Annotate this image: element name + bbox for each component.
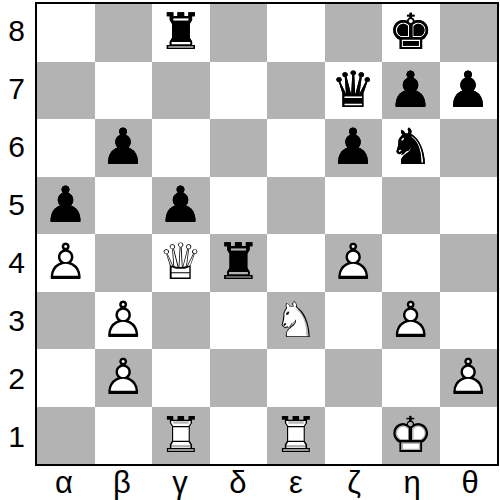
square-ζ2	[325, 349, 383, 407]
square-η7: ♟♟	[382, 62, 440, 120]
square-β1	[95, 407, 153, 465]
square-ε3: ♞♘	[267, 292, 325, 350]
black-pawn: ♟♟	[37, 177, 95, 235]
square-γ8: ♜♜	[152, 4, 210, 62]
white-rook: ♜♖	[152, 407, 210, 465]
black-rook: ♜♜	[210, 234, 268, 292]
piece-outline: ♜	[152, 4, 210, 62]
square-η5	[382, 177, 440, 235]
square-ζ4: ♟♙	[325, 234, 383, 292]
file-label-δ: δ	[209, 464, 267, 500]
square-η4	[382, 234, 440, 292]
square-δ5	[210, 177, 268, 235]
square-θ1	[440, 407, 498, 465]
piece-outline: ♔	[382, 407, 440, 465]
black-pawn: ♟♟	[382, 62, 440, 120]
square-γ7	[152, 62, 210, 120]
square-δ6	[210, 119, 268, 177]
square-γ3	[152, 292, 210, 350]
rank-labels: 87654321	[0, 2, 33, 466]
file-label-ζ: ζ	[325, 464, 383, 500]
square-α4: ♟♙	[37, 234, 95, 292]
square-ζ6: ♟♟	[325, 119, 383, 177]
piece-outline: ♞	[382, 119, 440, 177]
black-pawn: ♟♟	[440, 62, 498, 120]
square-η1: ♚♔	[382, 407, 440, 465]
square-ζ1	[325, 407, 383, 465]
piece-outline: ♙	[37, 234, 95, 292]
square-δ8	[210, 4, 268, 62]
white-king: ♚♔	[382, 407, 440, 465]
square-θ8	[440, 4, 498, 62]
rank-label-6: 6	[0, 118, 33, 176]
square-δ2	[210, 349, 268, 407]
piece-outline: ♚	[382, 4, 440, 62]
rank-label-8: 8	[0, 2, 33, 60]
black-king: ♚♚	[382, 4, 440, 62]
piece-outline: ♙	[95, 292, 153, 350]
piece-outline: ♙	[95, 349, 153, 407]
rank-label-1: 1	[0, 408, 33, 466]
square-θ7: ♟♟	[440, 62, 498, 120]
black-queen: ♛♛	[325, 62, 383, 120]
piece-outline: ♟	[152, 177, 210, 235]
white-queen: ♛♕	[152, 234, 210, 292]
file-label-γ: γ	[151, 464, 209, 500]
square-ζ7: ♛♛	[325, 62, 383, 120]
piece-outline: ♙	[382, 292, 440, 350]
black-pawn: ♟♟	[95, 119, 153, 177]
square-η3: ♟♙	[382, 292, 440, 350]
square-θ5	[440, 177, 498, 235]
square-ε7	[267, 62, 325, 120]
square-β4	[95, 234, 153, 292]
square-α6	[37, 119, 95, 177]
piece-outline: ♟	[325, 119, 383, 177]
piece-outline: ♘	[267, 292, 325, 350]
square-α8	[37, 4, 95, 62]
square-ε5	[267, 177, 325, 235]
square-γ2	[152, 349, 210, 407]
square-θ4	[440, 234, 498, 292]
square-ε8	[267, 4, 325, 62]
black-rook: ♜♜	[152, 4, 210, 62]
square-α3	[37, 292, 95, 350]
white-pawn: ♟♙	[382, 292, 440, 350]
square-δ1	[210, 407, 268, 465]
square-γ4: ♛♕	[152, 234, 210, 292]
piece-outline: ♖	[152, 407, 210, 465]
white-pawn: ♟♙	[95, 349, 153, 407]
file-label-ε: ε	[267, 464, 325, 500]
piece-outline: ♙	[440, 349, 498, 407]
square-η6: ♞♞	[382, 119, 440, 177]
white-rook: ♜♖	[267, 407, 325, 465]
white-pawn: ♟♙	[440, 349, 498, 407]
square-δ4: ♜♜	[210, 234, 268, 292]
square-η8: ♚♚	[382, 4, 440, 62]
square-α2	[37, 349, 95, 407]
rank-label-2: 2	[0, 350, 33, 408]
square-δ7	[210, 62, 268, 120]
square-α7	[37, 62, 95, 120]
square-β6: ♟♟	[95, 119, 153, 177]
square-η2	[382, 349, 440, 407]
rank-label-4: 4	[0, 234, 33, 292]
piece-outline: ♟	[37, 177, 95, 235]
piece-outline: ♛	[325, 62, 383, 120]
square-ε1: ♜♖	[267, 407, 325, 465]
square-β2: ♟♙	[95, 349, 153, 407]
square-ε2	[267, 349, 325, 407]
file-labels: αβγδεζηθ	[35, 464, 499, 500]
white-pawn: ♟♙	[37, 234, 95, 292]
white-knight: ♞♘	[267, 292, 325, 350]
square-ζ5	[325, 177, 383, 235]
file-label-η: η	[383, 464, 441, 500]
rank-label-5: 5	[0, 176, 33, 234]
square-θ3	[440, 292, 498, 350]
chess-board: ♜♜♚♚♛♛♟♟♟♟♟♟♟♟♞♞♟♟♟♟♟♙♛♕♜♜♟♙♟♙♞♘♟♙♟♙♟♙♜♖…	[35, 2, 499, 466]
rank-label-7: 7	[0, 60, 33, 118]
piece-outline: ♜	[210, 234, 268, 292]
square-ε6	[267, 119, 325, 177]
piece-outline: ♙	[325, 234, 383, 292]
square-ζ8	[325, 4, 383, 62]
black-knight: ♞♞	[382, 119, 440, 177]
piece-outline: ♕	[152, 234, 210, 292]
piece-outline: ♟	[440, 62, 498, 120]
chess-diagram: 87654321 ♜♜♚♚♛♛♟♟♟♟♟♟♟♟♞♞♟♟♟♟♟♙♛♕♜♜♟♙♟♙♞…	[0, 0, 500, 500]
white-pawn: ♟♙	[325, 234, 383, 292]
file-label-θ: θ	[441, 464, 499, 500]
square-α5: ♟♟	[37, 177, 95, 235]
square-θ2: ♟♙	[440, 349, 498, 407]
square-γ1: ♜♖	[152, 407, 210, 465]
square-β3: ♟♙	[95, 292, 153, 350]
square-γ5: ♟♟	[152, 177, 210, 235]
file-label-β: β	[93, 464, 151, 500]
piece-outline: ♟	[95, 119, 153, 177]
file-label-α: α	[35, 464, 93, 500]
square-θ6	[440, 119, 498, 177]
square-ε4	[267, 234, 325, 292]
square-α1	[37, 407, 95, 465]
square-β7	[95, 62, 153, 120]
white-pawn: ♟♙	[95, 292, 153, 350]
black-pawn: ♟♟	[325, 119, 383, 177]
square-δ3	[210, 292, 268, 350]
black-pawn: ♟♟	[152, 177, 210, 235]
rank-label-3: 3	[0, 292, 33, 350]
piece-outline: ♟	[382, 62, 440, 120]
square-β5	[95, 177, 153, 235]
square-γ6	[152, 119, 210, 177]
square-ζ3	[325, 292, 383, 350]
square-β8	[95, 4, 153, 62]
piece-outline: ♖	[267, 407, 325, 465]
